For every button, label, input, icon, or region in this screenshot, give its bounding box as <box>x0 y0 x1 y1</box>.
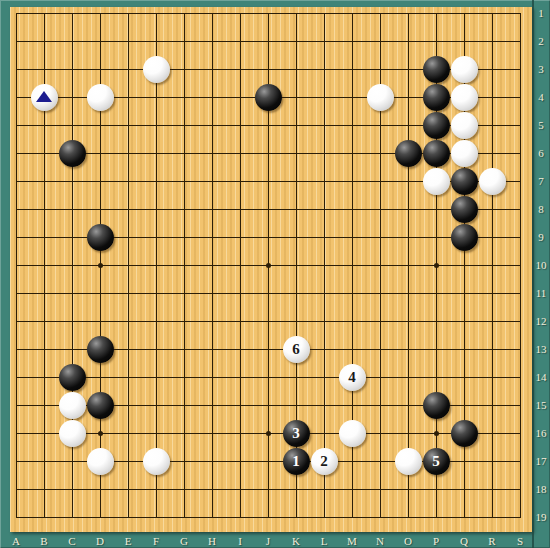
row-label-3: 3 <box>533 62 549 76</box>
col-label-N: N <box>366 535 394 548</box>
row-label-1: 1 <box>533 6 549 20</box>
stone-white-P7 <box>423 168 450 195</box>
move-number-6: 6 <box>292 342 300 357</box>
col-label-S: S <box>506 535 534 548</box>
row-label-7: 7 <box>533 174 549 188</box>
col-label-G: G <box>170 535 198 548</box>
row-label-10: 10 <box>533 258 549 272</box>
stone-white-B4 <box>31 84 58 111</box>
col-label-C: C <box>58 535 86 548</box>
col-label-Q: Q <box>450 535 478 548</box>
row-label-14: 14 <box>533 370 549 384</box>
col-label-I: I <box>226 535 254 548</box>
col-label-F: F <box>142 535 170 548</box>
stone-white-D17 <box>87 448 114 475</box>
move-number-1: 1 <box>292 454 300 469</box>
stone-white-M16 <box>339 420 366 447</box>
stone-white-N4 <box>367 84 394 111</box>
move-number-4: 4 <box>348 370 356 385</box>
stone-black-Q9 <box>451 224 478 251</box>
triangle-marker-icon <box>36 91 52 102</box>
row-label-15: 15 <box>533 398 549 412</box>
stone-black-D13 <box>87 336 114 363</box>
stone-white-K13: 6 <box>283 336 310 363</box>
col-label-R: R <box>478 535 506 548</box>
go-app-window: 315642 12345678910111213141516171819 ABC… <box>0 0 550 548</box>
go-board[interactable]: 315642 <box>10 7 532 532</box>
stone-white-M14: 4 <box>339 364 366 391</box>
col-label-K: K <box>282 535 310 548</box>
col-label-O: O <box>394 535 422 548</box>
stone-white-D4 <box>87 84 114 111</box>
stone-white-O17 <box>395 448 422 475</box>
stone-black-P4 <box>423 84 450 111</box>
move-number-5: 5 <box>432 454 440 469</box>
col-label-J: J <box>254 535 282 548</box>
stone-white-R7 <box>479 168 506 195</box>
stone-black-P5 <box>423 112 450 139</box>
stone-black-C6 <box>59 140 86 167</box>
stone-white-F17 <box>143 448 170 475</box>
stone-white-L17: 2 <box>311 448 338 475</box>
row-label-4: 4 <box>533 90 549 104</box>
stone-black-K17: 1 <box>283 448 310 475</box>
stone-black-K16: 3 <box>283 420 310 447</box>
stone-black-Q16 <box>451 420 478 447</box>
stone-white-Q5 <box>451 112 478 139</box>
stone-black-P15 <box>423 392 450 419</box>
row-label-19: 19 <box>533 510 549 524</box>
col-label-B: B <box>30 535 58 548</box>
row-label-13: 13 <box>533 342 549 356</box>
row-label-6: 6 <box>533 146 549 160</box>
stone-white-C16 <box>59 420 86 447</box>
stone-white-Q4 <box>451 84 478 111</box>
col-label-D: D <box>86 535 114 548</box>
row-label-5: 5 <box>533 118 549 132</box>
row-label-8: 8 <box>533 202 549 216</box>
col-label-E: E <box>114 535 142 548</box>
stone-white-Q6 <box>451 140 478 167</box>
stones-layer: 315642 <box>2 0 534 531</box>
stone-black-P17: 5 <box>423 448 450 475</box>
row-label-11: 11 <box>533 286 549 300</box>
stone-white-F3 <box>143 56 170 83</box>
stone-black-O6 <box>395 140 422 167</box>
col-label-P: P <box>422 535 450 548</box>
row-label-9: 9 <box>533 230 549 244</box>
row-label-2: 2 <box>533 34 549 48</box>
move-number-2: 2 <box>320 454 328 469</box>
stone-black-P3 <box>423 56 450 83</box>
stone-white-C15 <box>59 392 86 419</box>
col-label-L: L <box>310 535 338 548</box>
stone-black-D9 <box>87 224 114 251</box>
stone-black-Q7 <box>451 168 478 195</box>
stone-black-D15 <box>87 392 114 419</box>
move-number-3: 3 <box>292 426 300 441</box>
stone-black-Q8 <box>451 196 478 223</box>
col-label-A: A <box>2 535 30 548</box>
row-label-18: 18 <box>533 482 549 496</box>
stone-black-C14 <box>59 364 86 391</box>
stone-black-J4 <box>255 84 282 111</box>
stone-black-P6 <box>423 140 450 167</box>
col-label-M: M <box>338 535 366 548</box>
row-label-12: 12 <box>533 314 549 328</box>
row-label-16: 16 <box>533 426 549 440</box>
stone-white-Q3 <box>451 56 478 83</box>
row-label-17: 17 <box>533 454 549 468</box>
col-label-H: H <box>198 535 226 548</box>
